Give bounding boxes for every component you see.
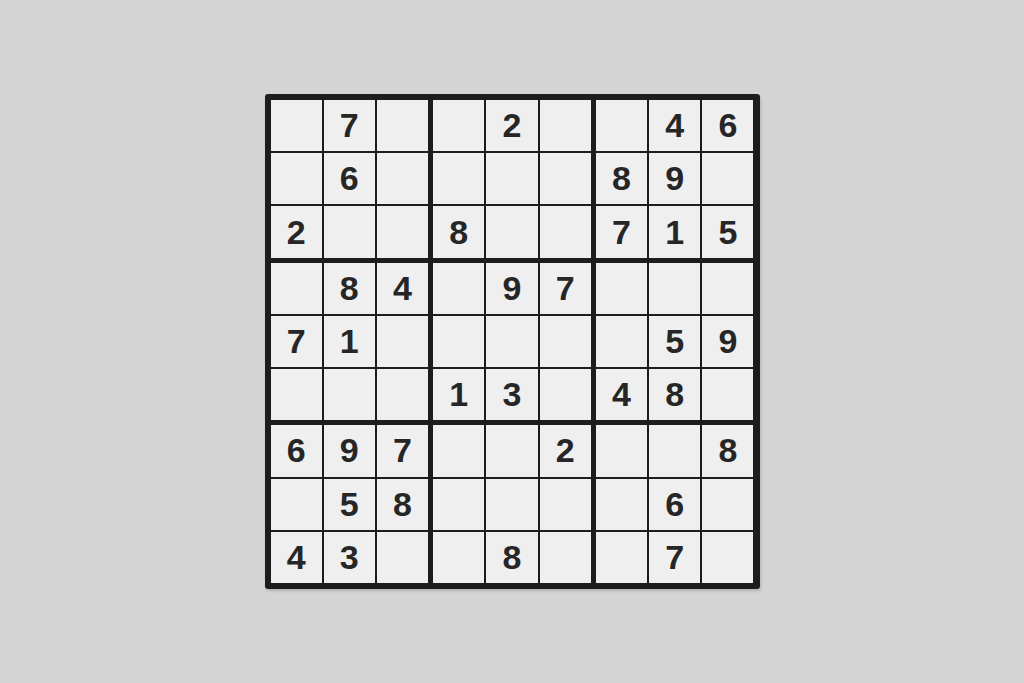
- sudoku-cell-r3c1[interactable]: 2: [271, 206, 322, 257]
- sudoku-cell-r8c8[interactable]: 6: [649, 479, 700, 530]
- sudoku-cell-r5c1[interactable]: 7: [271, 316, 322, 367]
- sudoku-cell-r3c2[interactable]: [324, 206, 375, 257]
- sudoku-cell-r2c9[interactable]: [702, 153, 753, 204]
- sudoku-cell-r8c2[interactable]: 5: [324, 479, 375, 530]
- sudoku-cell-r5c9[interactable]: 9: [702, 316, 753, 367]
- sudoku-cell-r7c2[interactable]: 9: [324, 425, 375, 476]
- sudoku-cell-r4c3[interactable]: 4: [377, 263, 428, 314]
- sudoku-cell-r3c8[interactable]: 1: [649, 206, 700, 257]
- sudoku-cell-r4c7[interactable]: [596, 263, 647, 314]
- sudoku-cell-r7c6[interactable]: 2: [540, 425, 591, 476]
- sudoku-cell-r5c8[interactable]: 5: [649, 316, 700, 367]
- sudoku-cell-r1c5[interactable]: 2: [486, 100, 537, 151]
- sudoku-cell-r6c7[interactable]: 4: [596, 369, 647, 420]
- sudoku-cell-r2c1[interactable]: [271, 153, 322, 204]
- sudoku-cell-r1c9[interactable]: 6: [702, 100, 753, 151]
- sudoku-cell-r5c5[interactable]: [486, 316, 537, 367]
- sudoku-cell-r5c4[interactable]: [433, 316, 484, 367]
- sudoku-cell-r6c4[interactable]: 1: [433, 369, 484, 420]
- sudoku-cell-r2c6[interactable]: [540, 153, 591, 204]
- sudoku-cell-r9c5[interactable]: 8: [486, 532, 537, 583]
- sudoku-cell-r9c9[interactable]: [702, 532, 753, 583]
- sudoku-cell-r2c2[interactable]: 6: [324, 153, 375, 204]
- sudoku-cell-r4c2[interactable]: 8: [324, 263, 375, 314]
- sudoku-cell-r8c9[interactable]: [702, 479, 753, 530]
- sudoku-box-6: 6975843: [271, 425, 429, 583]
- sudoku-cell-r2c3[interactable]: [377, 153, 428, 204]
- sudoku-cell-r6c9[interactable]: [702, 369, 753, 420]
- sudoku-cell-r7c7[interactable]: [596, 425, 647, 476]
- sudoku-cell-r2c8[interactable]: 9: [649, 153, 700, 204]
- sudoku-cell-r9c2[interactable]: 3: [324, 532, 375, 583]
- sudoku-cell-r8c6[interactable]: [540, 479, 591, 530]
- sudoku-cell-r9c4[interactable]: [433, 532, 484, 583]
- sudoku-cell-r4c4[interactable]: [433, 263, 484, 314]
- sudoku-cell-r4c6[interactable]: 7: [540, 263, 591, 314]
- sudoku-box-7: 28: [433, 425, 591, 583]
- sudoku-cell-r8c5[interactable]: [486, 479, 537, 530]
- sudoku-cell-r1c3[interactable]: [377, 100, 428, 151]
- sudoku-cell-r3c5[interactable]: [486, 206, 537, 257]
- sudoku-box-0: 762: [271, 100, 429, 258]
- sudoku-cell-r3c6[interactable]: [540, 206, 591, 257]
- sudoku-cell-r4c9[interactable]: [702, 263, 753, 314]
- sudoku-cell-r8c7[interactable]: [596, 479, 647, 530]
- sudoku-board: 762284689715847197135948697584328867: [265, 94, 760, 589]
- sudoku-box-4: 9713: [433, 263, 591, 421]
- sudoku-cell-r6c1[interactable]: [271, 369, 322, 420]
- sudoku-cell-r4c1[interactable]: [271, 263, 322, 314]
- sudoku-cell-r6c6[interactable]: [540, 369, 591, 420]
- sudoku-cell-r3c3[interactable]: [377, 206, 428, 257]
- sudoku-cell-r9c7[interactable]: [596, 532, 647, 583]
- sudoku-cell-r5c7[interactable]: [596, 316, 647, 367]
- sudoku-cell-r7c1[interactable]: 6: [271, 425, 322, 476]
- sudoku-cell-r7c8[interactable]: [649, 425, 700, 476]
- sudoku-cell-r7c5[interactable]: [486, 425, 537, 476]
- sudoku-cell-r5c3[interactable]: [377, 316, 428, 367]
- sudoku-cell-r7c3[interactable]: 7: [377, 425, 428, 476]
- sudoku-box-8: 867: [596, 425, 754, 583]
- sudoku-cell-r4c5[interactable]: 9: [486, 263, 537, 314]
- sudoku-cell-r2c4[interactable]: [433, 153, 484, 204]
- sudoku-cell-r1c1[interactable]: [271, 100, 322, 151]
- sudoku-cell-r7c9[interactable]: 8: [702, 425, 753, 476]
- sudoku-cell-r6c8[interactable]: 8: [649, 369, 700, 420]
- sudoku-box-5: 5948: [596, 263, 754, 421]
- sudoku-cell-r8c1[interactable]: [271, 479, 322, 530]
- sudoku-cell-r8c4[interactable]: [433, 479, 484, 530]
- sudoku-cell-r3c9[interactable]: 5: [702, 206, 753, 257]
- sudoku-cell-r1c2[interactable]: 7: [324, 100, 375, 151]
- sudoku-cell-r9c6[interactable]: [540, 532, 591, 583]
- sudoku-cell-r2c5[interactable]: [486, 153, 537, 204]
- sudoku-cell-r7c4[interactable]: [433, 425, 484, 476]
- sudoku-cell-r8c3[interactable]: 8: [377, 479, 428, 530]
- sudoku-box-2: 4689715: [596, 100, 754, 258]
- sudoku-cell-r9c1[interactable]: 4: [271, 532, 322, 583]
- sudoku-cell-r6c3[interactable]: [377, 369, 428, 420]
- sudoku-cell-r4c8[interactable]: [649, 263, 700, 314]
- sudoku-cell-r5c6[interactable]: [540, 316, 591, 367]
- sudoku-cell-r6c5[interactable]: 3: [486, 369, 537, 420]
- sudoku-box-3: 8471: [271, 263, 429, 421]
- sudoku-cell-r1c6[interactable]: [540, 100, 591, 151]
- sudoku-cell-r9c3[interactable]: [377, 532, 428, 583]
- sudoku-cell-r6c2[interactable]: [324, 369, 375, 420]
- sudoku-cell-r9c8[interactable]: 7: [649, 532, 700, 583]
- sudoku-cell-r3c7[interactable]: 7: [596, 206, 647, 257]
- sudoku-cell-r1c7[interactable]: [596, 100, 647, 151]
- sudoku-cell-r2c7[interactable]: 8: [596, 153, 647, 204]
- sudoku-box-1: 28: [433, 100, 591, 258]
- sudoku-cell-r5c2[interactable]: 1: [324, 316, 375, 367]
- sudoku-cell-r3c4[interactable]: 8: [433, 206, 484, 257]
- sudoku-cell-r1c4[interactable]: [433, 100, 484, 151]
- sudoku-cell-r1c8[interactable]: 4: [649, 100, 700, 151]
